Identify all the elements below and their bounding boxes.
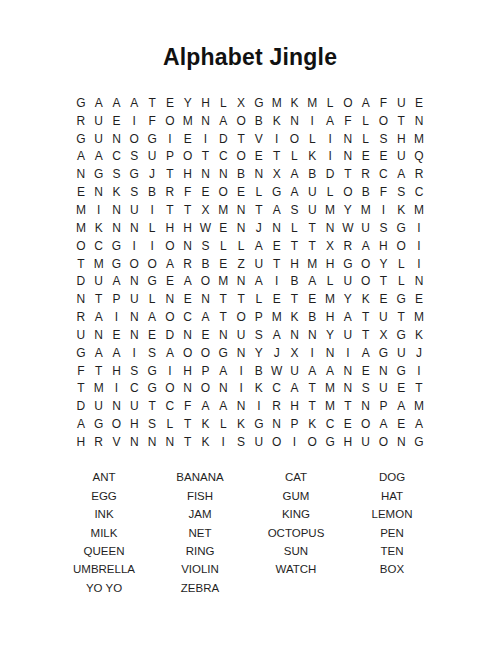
grid-cell[interactable]: N: [410, 272, 428, 290]
grid-cell[interactable]: N: [108, 397, 126, 415]
grid-cell[interactable]: U: [72, 326, 90, 344]
grid-cell[interactable]: I: [161, 362, 179, 380]
grid-cell[interactable]: C: [268, 380, 286, 398]
grid-cell[interactable]: U: [90, 130, 108, 148]
grid-cell[interactable]: O: [197, 380, 215, 398]
grid-cell[interactable]: A: [286, 165, 304, 183]
grid-cell[interactable]: B: [250, 112, 268, 130]
grid-cell[interactable]: U: [232, 326, 250, 344]
grid-cell[interactable]: N: [286, 112, 304, 130]
grid-cell[interactable]: T: [357, 308, 375, 326]
grid-cell[interactable]: N: [125, 326, 143, 344]
grid-cell[interactable]: U: [375, 380, 393, 398]
grid-cell[interactable]: W: [197, 219, 215, 237]
grid-cell[interactable]: E: [197, 326, 215, 344]
grid-cell[interactable]: E: [161, 94, 179, 112]
grid-cell[interactable]: L: [214, 237, 232, 255]
grid-cell[interactable]: E: [214, 219, 232, 237]
grid-cell[interactable]: R: [72, 308, 90, 326]
grid-cell[interactable]: C: [410, 183, 428, 201]
grid-cell[interactable]: H: [392, 130, 410, 148]
grid-cell[interactable]: I: [143, 237, 161, 255]
grid-cell[interactable]: A: [197, 308, 215, 326]
grid-cell[interactable]: T: [410, 380, 428, 398]
grid-cell[interactable]: N: [72, 165, 90, 183]
grid-cell[interactable]: M: [410, 397, 428, 415]
grid-cell[interactable]: T: [303, 380, 321, 398]
grid-cell[interactable]: N: [179, 380, 197, 398]
grid-cell[interactable]: L: [161, 415, 179, 433]
grid-cell[interactable]: I: [410, 237, 428, 255]
grid-cell[interactable]: G: [410, 433, 428, 451]
grid-cell[interactable]: W: [268, 362, 286, 380]
grid-cell[interactable]: O: [392, 237, 410, 255]
grid-cell[interactable]: H: [179, 165, 197, 183]
grid-cell[interactable]: I: [108, 380, 126, 398]
grid-cell[interactable]: O: [197, 272, 215, 290]
grid-cell[interactable]: U: [375, 308, 393, 326]
grid-cell[interactable]: N: [197, 112, 215, 130]
grid-cell[interactable]: O: [232, 308, 250, 326]
grid-cell[interactable]: O: [375, 433, 393, 451]
grid-cell[interactable]: J: [410, 344, 428, 362]
grid-cell[interactable]: H: [108, 362, 126, 380]
grid-cell[interactable]: H: [286, 397, 304, 415]
grid-cell[interactable]: K: [303, 148, 321, 166]
grid-cell[interactable]: I: [90, 201, 108, 219]
grid-cell[interactable]: N: [214, 380, 232, 398]
grid-cell[interactable]: M: [321, 397, 339, 415]
grid-cell[interactable]: K: [410, 326, 428, 344]
grid-cell[interactable]: G: [392, 362, 410, 380]
grid-cell[interactable]: A: [357, 94, 375, 112]
grid-cell[interactable]: B: [197, 255, 215, 273]
grid-cell[interactable]: C: [321, 415, 339, 433]
grid-cell[interactable]: L: [143, 290, 161, 308]
grid-cell[interactable]: I: [268, 130, 286, 148]
grid-cell[interactable]: A: [214, 112, 232, 130]
grid-cell[interactable]: E: [303, 290, 321, 308]
grid-cell[interactable]: A: [72, 148, 90, 166]
grid-cell[interactable]: T: [197, 148, 215, 166]
grid-cell[interactable]: H: [179, 219, 197, 237]
grid-cell[interactable]: G: [90, 165, 108, 183]
grid-cell[interactable]: I: [339, 344, 357, 362]
grid-cell[interactable]: I: [410, 255, 428, 273]
grid-cell[interactable]: L: [357, 130, 375, 148]
grid-cell[interactable]: I: [303, 344, 321, 362]
grid-cell[interactable]: T: [161, 165, 179, 183]
grid-cell[interactable]: I: [108, 308, 126, 326]
grid-cell[interactable]: T: [303, 237, 321, 255]
grid-cell[interactable]: O: [232, 112, 250, 130]
grid-cell[interactable]: T: [286, 237, 304, 255]
grid-cell[interactable]: L: [286, 148, 304, 166]
grid-cell[interactable]: N: [268, 415, 286, 433]
grid-cell[interactable]: K: [392, 201, 410, 219]
grid-cell[interactable]: I: [286, 433, 304, 451]
grid-cell[interactable]: U: [357, 219, 375, 237]
grid-cell[interactable]: N: [339, 380, 357, 398]
grid-cell[interactable]: E: [357, 148, 375, 166]
grid-cell[interactable]: A: [410, 415, 428, 433]
grid-cell[interactable]: T: [179, 433, 197, 451]
grid-cell[interactable]: A: [250, 237, 268, 255]
grid-cell[interactable]: E: [214, 255, 232, 273]
grid-cell[interactable]: O: [161, 112, 179, 130]
grid-cell[interactable]: U: [90, 112, 108, 130]
grid-cell[interactable]: L: [357, 112, 375, 130]
grid-cell[interactable]: L: [321, 94, 339, 112]
grid-cell[interactable]: O: [161, 237, 179, 255]
grid-cell[interactable]: R: [72, 112, 90, 130]
grid-cell[interactable]: E: [179, 130, 197, 148]
grid-cell[interactable]: A: [161, 255, 179, 273]
grid-cell[interactable]: E: [197, 183, 215, 201]
grid-cell[interactable]: T: [90, 362, 108, 380]
grid-cell[interactable]: T: [143, 397, 161, 415]
grid-cell[interactable]: S: [197, 237, 215, 255]
grid-cell[interactable]: H: [179, 362, 197, 380]
grid-cell[interactable]: S: [108, 165, 126, 183]
grid-cell[interactable]: N: [339, 362, 357, 380]
grid-cell[interactable]: O: [357, 272, 375, 290]
grid-cell[interactable]: O: [125, 255, 143, 273]
grid-cell[interactable]: S: [232, 433, 250, 451]
grid-cell[interactable]: A: [125, 94, 143, 112]
grid-cell[interactable]: L: [250, 290, 268, 308]
grid-cell[interactable]: R: [268, 397, 286, 415]
grid-cell[interactable]: O: [232, 148, 250, 166]
grid-cell[interactable]: A: [161, 344, 179, 362]
grid-cell[interactable]: Z: [232, 255, 250, 273]
grid-cell[interactable]: E: [108, 326, 126, 344]
grid-cell[interactable]: H: [321, 255, 339, 273]
grid-cell[interactable]: A: [179, 272, 197, 290]
grid-cell[interactable]: T: [268, 148, 286, 166]
grid-cell[interactable]: U: [357, 433, 375, 451]
grid-cell[interactable]: A: [392, 165, 410, 183]
grid-cell[interactable]: A: [375, 415, 393, 433]
grid-cell[interactable]: I: [375, 201, 393, 219]
grid-cell[interactable]: H: [161, 219, 179, 237]
grid-cell[interactable]: H: [375, 237, 393, 255]
grid-cell[interactable]: G: [108, 237, 126, 255]
grid-cell[interactable]: A: [108, 344, 126, 362]
grid-cell[interactable]: T: [375, 272, 393, 290]
grid-cell[interactable]: I: [410, 362, 428, 380]
grid-cell[interactable]: M: [303, 255, 321, 273]
grid-cell[interactable]: K: [90, 219, 108, 237]
grid-cell[interactable]: G: [72, 130, 90, 148]
grid-cell[interactable]: C: [161, 397, 179, 415]
grid-cell[interactable]: C: [108, 148, 126, 166]
grid-cell[interactable]: N: [125, 219, 143, 237]
grid-cell[interactable]: N: [321, 219, 339, 237]
grid-cell[interactable]: A: [90, 308, 108, 326]
grid-cell[interactable]: K: [268, 112, 286, 130]
grid-cell[interactable]: A: [250, 272, 268, 290]
grid-cell[interactable]: U: [250, 255, 268, 273]
grid-cell[interactable]: O: [268, 433, 286, 451]
grid-cell[interactable]: C: [375, 165, 393, 183]
grid-cell[interactable]: E: [410, 94, 428, 112]
grid-cell[interactable]: S: [143, 415, 161, 433]
grid-cell[interactable]: O: [161, 380, 179, 398]
grid-cell[interactable]: G: [72, 344, 90, 362]
grid-cell[interactable]: M: [321, 201, 339, 219]
grid-cell[interactable]: G: [392, 290, 410, 308]
grid-cell[interactable]: E: [375, 148, 393, 166]
grid-cell[interactable]: M: [268, 308, 286, 326]
grid-cell[interactable]: A: [90, 148, 108, 166]
grid-cell[interactable]: E: [392, 415, 410, 433]
grid-cell[interactable]: K: [303, 415, 321, 433]
grid-cell[interactable]: A: [268, 201, 286, 219]
grid-cell[interactable]: L: [303, 130, 321, 148]
grid-cell[interactable]: T: [179, 201, 197, 219]
grid-cell[interactable]: A: [392, 397, 410, 415]
grid-cell[interactable]: N: [108, 130, 126, 148]
grid-cell[interactable]: N: [357, 397, 375, 415]
grid-cell[interactable]: O: [339, 94, 357, 112]
grid-cell[interactable]: Y: [321, 326, 339, 344]
grid-cell[interactable]: C: [125, 380, 143, 398]
grid-cell[interactable]: A: [321, 112, 339, 130]
grid-cell[interactable]: X: [321, 237, 339, 255]
grid-cell[interactable]: Y: [339, 290, 357, 308]
grid-cell[interactable]: H: [125, 415, 143, 433]
grid-cell[interactable]: P: [286, 415, 304, 433]
grid-cell[interactable]: U: [125, 201, 143, 219]
grid-cell[interactable]: N: [286, 326, 304, 344]
grid-cell[interactable]: N: [232, 344, 250, 362]
grid-cell[interactable]: A: [108, 272, 126, 290]
grid-cell[interactable]: U: [286, 362, 304, 380]
grid-cell[interactable]: E: [161, 272, 179, 290]
grid-cell[interactable]: N: [90, 326, 108, 344]
grid-cell[interactable]: H: [321, 308, 339, 326]
grid-cell[interactable]: A: [286, 380, 304, 398]
grid-cell[interactable]: K: [197, 433, 215, 451]
grid-cell[interactable]: I: [321, 130, 339, 148]
grid-cell[interactable]: L: [143, 219, 161, 237]
grid-cell[interactable]: N: [125, 272, 143, 290]
grid-cell[interactable]: M: [214, 272, 232, 290]
grid-cell[interactable]: A: [197, 397, 215, 415]
grid-cell[interactable]: N: [375, 362, 393, 380]
grid-cell[interactable]: O: [286, 130, 304, 148]
grid-cell[interactable]: O: [357, 415, 375, 433]
grid-cell[interactable]: G: [72, 94, 90, 112]
grid-cell[interactable]: X: [197, 201, 215, 219]
grid-cell[interactable]: P: [375, 397, 393, 415]
grid-cell[interactable]: M: [268, 94, 286, 112]
grid-cell[interactable]: G: [375, 344, 393, 362]
grid-cell[interactable]: E: [339, 415, 357, 433]
grid-cell[interactable]: O: [125, 130, 143, 148]
grid-cell[interactable]: G: [321, 433, 339, 451]
grid-cell[interactable]: S: [125, 183, 143, 201]
grid-cell[interactable]: N: [125, 308, 143, 326]
grid-cell[interactable]: Q: [410, 148, 428, 166]
grid-cell[interactable]: T: [250, 201, 268, 219]
grid-cell[interactable]: M: [357, 201, 375, 219]
grid-cell[interactable]: T: [339, 165, 357, 183]
grid-cell[interactable]: L: [250, 183, 268, 201]
grid-cell[interactable]: T: [357, 326, 375, 344]
grid-cell[interactable]: I: [410, 219, 428, 237]
grid-cell[interactable]: H: [286, 255, 304, 273]
grid-cell[interactable]: H: [197, 94, 215, 112]
grid-cell[interactable]: M: [321, 290, 339, 308]
grid-cell[interactable]: R: [410, 165, 428, 183]
grid-cell[interactable]: B: [303, 165, 321, 183]
grid-cell[interactable]: I: [161, 130, 179, 148]
grid-cell[interactable]: U: [303, 201, 321, 219]
grid-cell[interactable]: N: [143, 433, 161, 451]
grid-cell[interactable]: G: [143, 362, 161, 380]
grid-cell[interactable]: N: [410, 112, 428, 130]
grid-cell[interactable]: U: [125, 397, 143, 415]
grid-cell[interactable]: A: [90, 344, 108, 362]
grid-cell[interactable]: N: [303, 326, 321, 344]
grid-cell[interactable]: S: [125, 148, 143, 166]
grid-cell[interactable]: O: [161, 308, 179, 326]
grid-cell[interactable]: A: [90, 94, 108, 112]
grid-cell[interactable]: N: [161, 290, 179, 308]
grid-cell[interactable]: S: [357, 380, 375, 398]
grid-cell[interactable]: M: [321, 380, 339, 398]
grid-cell[interactable]: R: [339, 237, 357, 255]
grid-cell[interactable]: B: [143, 183, 161, 201]
grid-cell[interactable]: T: [286, 290, 304, 308]
grid-cell[interactable]: I: [268, 272, 286, 290]
grid-cell[interactable]: I: [303, 112, 321, 130]
grid-cell[interactable]: B: [303, 308, 321, 326]
grid-cell[interactable]: A: [339, 308, 357, 326]
grid-cell[interactable]: M: [72, 219, 90, 237]
grid-cell[interactable]: T: [232, 130, 250, 148]
grid-cell[interactable]: M: [90, 255, 108, 273]
grid-cell[interactable]: D: [161, 326, 179, 344]
grid-cell[interactable]: A: [72, 415, 90, 433]
grid-cell[interactable]: U: [339, 326, 357, 344]
grid-cell[interactable]: A: [357, 237, 375, 255]
grid-cell[interactable]: E: [392, 380, 410, 398]
grid-cell[interactable]: U: [143, 148, 161, 166]
grid-cell[interactable]: K: [286, 308, 304, 326]
grid-cell[interactable]: T: [303, 219, 321, 237]
grid-cell[interactable]: O: [303, 433, 321, 451]
grid-cell[interactable]: G: [392, 326, 410, 344]
grid-cell[interactable]: N: [339, 148, 357, 166]
grid-cell[interactable]: K: [197, 415, 215, 433]
grid-cell[interactable]: N: [179, 237, 197, 255]
grid-cell[interactable]: P: [250, 308, 268, 326]
grid-cell[interactable]: A: [143, 308, 161, 326]
grid-cell[interactable]: F: [72, 362, 90, 380]
grid-cell[interactable]: K: [250, 380, 268, 398]
grid-cell[interactable]: R: [90, 433, 108, 451]
grid-cell[interactable]: D: [214, 130, 232, 148]
grid-cell[interactable]: N: [250, 165, 268, 183]
grid-cell[interactable]: N: [179, 326, 197, 344]
grid-cell[interactable]: E: [410, 290, 428, 308]
grid-cell[interactable]: U: [250, 433, 268, 451]
grid-cell[interactable]: A: [286, 183, 304, 201]
grid-cell[interactable]: A: [357, 344, 375, 362]
grid-cell[interactable]: M: [214, 201, 232, 219]
grid-cell[interactable]: G: [214, 344, 232, 362]
grid-cell[interactable]: U: [90, 272, 108, 290]
grid-cell[interactable]: M: [303, 94, 321, 112]
grid-cell[interactable]: E: [357, 362, 375, 380]
grid-cell[interactable]: B: [357, 183, 375, 201]
grid-cell[interactable]: O: [179, 148, 197, 166]
grid-cell[interactable]: I: [125, 344, 143, 362]
grid-cell[interactable]: N: [321, 344, 339, 362]
grid-cell[interactable]: E: [72, 183, 90, 201]
grid-cell[interactable]: J: [268, 344, 286, 362]
grid-cell[interactable]: F: [375, 94, 393, 112]
grid-cell[interactable]: S: [286, 201, 304, 219]
grid-cell[interactable]: T: [72, 380, 90, 398]
grid-cell[interactable]: S: [375, 219, 393, 237]
grid-cell[interactable]: I: [125, 237, 143, 255]
grid-cell[interactable]: A: [268, 326, 286, 344]
grid-cell[interactable]: E: [179, 290, 197, 308]
grid-cell[interactable]: G: [143, 272, 161, 290]
grid-cell[interactable]: M: [410, 201, 428, 219]
grid-cell[interactable]: T: [303, 397, 321, 415]
grid-cell[interactable]: U: [303, 183, 321, 201]
grid-cell[interactable]: N: [339, 130, 357, 148]
grid-cell[interactable]: T: [72, 255, 90, 273]
grid-cell[interactable]: E: [268, 290, 286, 308]
grid-cell[interactable]: U: [125, 290, 143, 308]
grid-cell[interactable]: E: [375, 290, 393, 308]
grid-cell[interactable]: I: [197, 130, 215, 148]
grid-cell[interactable]: I: [232, 380, 250, 398]
grid-cell[interactable]: N: [268, 219, 286, 237]
grid-cell[interactable]: T: [161, 201, 179, 219]
grid-cell[interactable]: E: [250, 148, 268, 166]
grid-cell[interactable]: T: [392, 112, 410, 130]
grid-cell[interactable]: I: [232, 362, 250, 380]
grid-cell[interactable]: N: [90, 183, 108, 201]
grid-cell[interactable]: B: [250, 362, 268, 380]
grid-cell[interactable]: L: [321, 183, 339, 201]
grid-cell[interactable]: N: [72, 290, 90, 308]
grid-cell[interactable]: O: [143, 255, 161, 273]
grid-cell[interactable]: X: [268, 165, 286, 183]
grid-cell[interactable]: O: [72, 237, 90, 255]
grid-cell[interactable]: L: [286, 219, 304, 237]
grid-cell[interactable]: N: [232, 219, 250, 237]
grid-cell[interactable]: T: [232, 290, 250, 308]
grid-cell[interactable]: S: [125, 362, 143, 380]
grid-cell[interactable]: F: [143, 112, 161, 130]
grid-cell[interactable]: T: [214, 308, 232, 326]
grid-cell[interactable]: T: [179, 415, 197, 433]
grid-cell[interactable]: U: [392, 148, 410, 166]
grid-cell[interactable]: Y: [375, 255, 393, 273]
grid-cell[interactable]: L: [392, 272, 410, 290]
grid-cell[interactable]: N: [161, 433, 179, 451]
grid-cell[interactable]: D: [72, 397, 90, 415]
grid-cell[interactable]: P: [197, 362, 215, 380]
